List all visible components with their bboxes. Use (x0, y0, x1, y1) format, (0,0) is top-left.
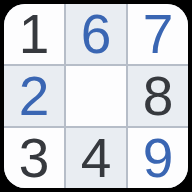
sudoku-cell-r1c3[interactable]: 7 (128, 4, 188, 64)
cell-digit-r3c3: 9 (143, 131, 174, 186)
sudoku-cell-r2c3[interactable]: 8 (128, 66, 188, 126)
sudoku-board: 1 6 7 2 8 3 4 9 (4, 4, 188, 188)
sudoku-cell-r2c1[interactable]: 2 (4, 66, 64, 126)
sudoku-cell-r3c2[interactable]: 4 (66, 128, 126, 188)
sudoku-cell-r1c1[interactable]: 1 (4, 4, 64, 64)
cell-digit-r3c1: 3 (19, 131, 50, 186)
cell-digit-r1c2: 6 (81, 7, 112, 62)
cell-digit-r1c3: 7 (143, 7, 174, 62)
sudoku-cell-r2c2-empty[interactable] (66, 66, 126, 126)
app-icon-canvas: 1 6 7 2 8 3 4 9 (0, 0, 192, 192)
sudoku-cell-r3c3[interactable]: 9 (128, 128, 188, 188)
cell-digit-r2c3: 8 (143, 69, 174, 124)
cell-digit-r3c2: 4 (81, 131, 112, 186)
cell-digit-r2c1: 2 (19, 69, 50, 124)
cell-digit-r1c1: 1 (19, 7, 50, 62)
sudoku-cell-r3c1[interactable]: 3 (4, 128, 64, 188)
sudoku-cell-r1c2[interactable]: 6 (66, 4, 126, 64)
